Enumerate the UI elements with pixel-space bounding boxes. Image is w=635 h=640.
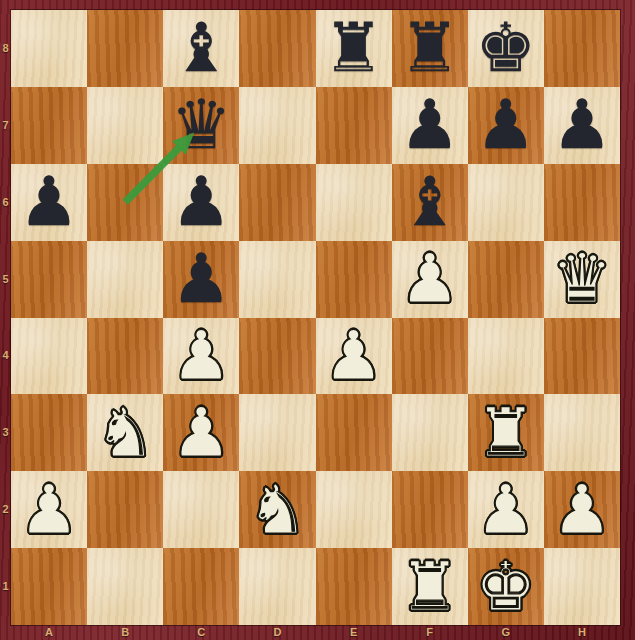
square-e5[interactable] bbox=[316, 241, 392, 318]
white-rook[interactable]: ♜ bbox=[475, 395, 536, 471]
square-d3[interactable] bbox=[239, 394, 315, 471]
rank-label-7: 7 bbox=[0, 87, 11, 164]
square-g6[interactable] bbox=[468, 164, 544, 241]
square-f3[interactable] bbox=[392, 394, 468, 471]
square-f8[interactable]: ♜ bbox=[392, 10, 468, 87]
square-g7[interactable]: ♟ bbox=[468, 87, 544, 164]
square-b7[interactable] bbox=[87, 87, 163, 164]
white-king[interactable]: ♚ bbox=[475, 549, 536, 625]
square-c7[interactable]: ♛ bbox=[163, 87, 239, 164]
square-h1[interactable] bbox=[544, 548, 620, 625]
square-h3[interactable] bbox=[544, 394, 620, 471]
black-bishop[interactable]: ♝ bbox=[399, 164, 460, 240]
square-f7[interactable]: ♟ bbox=[392, 87, 468, 164]
square-c6[interactable]: ♟ bbox=[163, 164, 239, 241]
square-a5[interactable] bbox=[11, 241, 87, 318]
square-e4[interactable]: ♟ bbox=[316, 318, 392, 395]
square-d5[interactable] bbox=[239, 241, 315, 318]
square-a7[interactable] bbox=[11, 87, 87, 164]
file-label-g: G bbox=[468, 625, 544, 640]
file-label-e: E bbox=[316, 625, 392, 640]
square-h2[interactable]: ♟ bbox=[544, 471, 620, 548]
black-king[interactable]: ♚ bbox=[475, 10, 536, 86]
rank-label-3: 3 bbox=[0, 394, 11, 471]
square-e7[interactable] bbox=[316, 87, 392, 164]
square-d4[interactable] bbox=[239, 318, 315, 395]
square-f2[interactable] bbox=[392, 471, 468, 548]
square-b3[interactable]: ♞ bbox=[87, 394, 163, 471]
white-queen[interactable]: ♛ bbox=[551, 241, 612, 317]
square-d1[interactable] bbox=[239, 548, 315, 625]
square-g5[interactable] bbox=[468, 241, 544, 318]
rank-label-4: 4 bbox=[0, 318, 11, 395]
white-pawn[interactable]: ♟ bbox=[475, 472, 536, 548]
black-pawn[interactable]: ♟ bbox=[551, 87, 612, 163]
black-queen[interactable]: ♛ bbox=[171, 87, 232, 163]
square-g2[interactable]: ♟ bbox=[468, 471, 544, 548]
square-f6[interactable]: ♝ bbox=[392, 164, 468, 241]
square-b1[interactable] bbox=[87, 548, 163, 625]
square-d2[interactable]: ♞ bbox=[239, 471, 315, 548]
chess-board: ♝♜♜♚♛♟♟♟♟♟♝♟♟♛♟♟♞♟♜♟♞♟♟♜♚ bbox=[11, 10, 620, 625]
white-pawn[interactable]: ♟ bbox=[551, 472, 612, 548]
square-d6[interactable] bbox=[239, 164, 315, 241]
square-a4[interactable] bbox=[11, 318, 87, 395]
file-label-f: F bbox=[392, 625, 468, 640]
white-pawn[interactable]: ♟ bbox=[171, 318, 232, 394]
square-h7[interactable]: ♟ bbox=[544, 87, 620, 164]
square-e3[interactable] bbox=[316, 394, 392, 471]
square-b2[interactable] bbox=[87, 471, 163, 548]
square-e6[interactable] bbox=[316, 164, 392, 241]
white-knight[interactable]: ♞ bbox=[95, 395, 156, 471]
file-label-c: C bbox=[163, 625, 239, 640]
square-g1[interactable]: ♚ bbox=[468, 548, 544, 625]
square-c8[interactable]: ♝ bbox=[163, 10, 239, 87]
black-pawn[interactable]: ♟ bbox=[19, 164, 80, 240]
square-h6[interactable] bbox=[544, 164, 620, 241]
square-a6[interactable]: ♟ bbox=[11, 164, 87, 241]
square-f4[interactable] bbox=[392, 318, 468, 395]
square-b6[interactable] bbox=[87, 164, 163, 241]
square-a1[interactable] bbox=[11, 548, 87, 625]
square-c3[interactable]: ♟ bbox=[163, 394, 239, 471]
rank-label-5: 5 bbox=[0, 241, 11, 318]
square-a2[interactable]: ♟ bbox=[11, 471, 87, 548]
square-d7[interactable] bbox=[239, 87, 315, 164]
rank-label-1: 1 bbox=[0, 548, 11, 625]
rank-label-8: 8 bbox=[0, 10, 11, 87]
file-label-a: A bbox=[11, 625, 87, 640]
white-pawn[interactable]: ♟ bbox=[171, 395, 232, 471]
square-c5[interactable]: ♟ bbox=[163, 241, 239, 318]
square-b8[interactable] bbox=[87, 10, 163, 87]
white-pawn[interactable]: ♟ bbox=[399, 241, 460, 317]
black-bishop[interactable]: ♝ bbox=[171, 10, 232, 86]
square-e8[interactable]: ♜ bbox=[316, 10, 392, 87]
square-b5[interactable] bbox=[87, 241, 163, 318]
square-h5[interactable]: ♛ bbox=[544, 241, 620, 318]
white-knight[interactable]: ♞ bbox=[247, 472, 308, 548]
black-rook[interactable]: ♜ bbox=[323, 10, 384, 86]
square-h4[interactable] bbox=[544, 318, 620, 395]
square-e2[interactable] bbox=[316, 471, 392, 548]
square-a3[interactable] bbox=[11, 394, 87, 471]
square-d8[interactable] bbox=[239, 10, 315, 87]
square-c4[interactable]: ♟ bbox=[163, 318, 239, 395]
square-e1[interactable] bbox=[316, 548, 392, 625]
rank-label-2: 2 bbox=[0, 471, 11, 548]
black-pawn[interactable]: ♟ bbox=[399, 87, 460, 163]
square-f5[interactable]: ♟ bbox=[392, 241, 468, 318]
black-pawn[interactable]: ♟ bbox=[171, 241, 232, 317]
square-c2[interactable] bbox=[163, 471, 239, 548]
white-pawn[interactable]: ♟ bbox=[323, 318, 384, 394]
black-pawn[interactable]: ♟ bbox=[171, 164, 232, 240]
square-h8[interactable] bbox=[544, 10, 620, 87]
chess-board-frame: ♝♜♜♚♛♟♟♟♟♟♝♟♟♛♟♟♞♟♜♟♞♟♟♜♚ 87654321ABCDEF… bbox=[0, 0, 635, 640]
square-g3[interactable]: ♜ bbox=[468, 394, 544, 471]
file-label-b: B bbox=[87, 625, 163, 640]
square-g8[interactable]: ♚ bbox=[468, 10, 544, 87]
file-label-h: H bbox=[544, 625, 620, 640]
rank-label-6: 6 bbox=[0, 164, 11, 241]
square-a8[interactable] bbox=[11, 10, 87, 87]
black-pawn[interactable]: ♟ bbox=[475, 87, 536, 163]
square-f1[interactable]: ♜ bbox=[392, 548, 468, 625]
square-g4[interactable] bbox=[468, 318, 544, 395]
white-pawn[interactable]: ♟ bbox=[19, 472, 80, 548]
file-label-d: D bbox=[239, 625, 315, 640]
white-rook[interactable]: ♜ bbox=[399, 549, 460, 625]
square-c1[interactable] bbox=[163, 548, 239, 625]
square-b4[interactable] bbox=[87, 318, 163, 395]
black-rook[interactable]: ♜ bbox=[399, 10, 460, 86]
